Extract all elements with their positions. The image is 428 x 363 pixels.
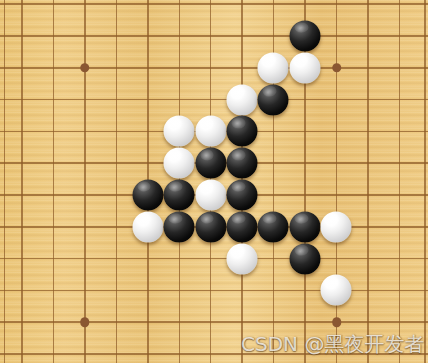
board-point bbox=[289, 274, 320, 306]
board-point bbox=[321, 20, 352, 52]
black-stone bbox=[258, 84, 289, 115]
board-point bbox=[132, 306, 163, 338]
black-stone bbox=[227, 211, 258, 242]
board-point bbox=[289, 147, 320, 179]
white-stone bbox=[132, 211, 163, 242]
board-point bbox=[289, 20, 320, 52]
white-stone bbox=[321, 275, 352, 306]
board-point bbox=[69, 84, 100, 116]
board-point bbox=[195, 20, 226, 52]
board-point bbox=[258, 116, 289, 148]
board-point bbox=[321, 211, 352, 243]
board-point bbox=[352, 52, 383, 84]
board-point bbox=[226, 179, 257, 211]
board-point bbox=[38, 147, 69, 179]
white-stone bbox=[195, 116, 226, 147]
board-point bbox=[258, 20, 289, 52]
board-point bbox=[101, 306, 132, 338]
board-point bbox=[226, 274, 257, 306]
board-point bbox=[101, 274, 132, 306]
board-point bbox=[195, 147, 226, 179]
board-point bbox=[132, 243, 163, 275]
board-point bbox=[101, 116, 132, 148]
watermark-text: CSDN @黑夜开发者 bbox=[241, 332, 424, 356]
board-point bbox=[258, 274, 289, 306]
board-point bbox=[352, 20, 383, 52]
board-point bbox=[289, 243, 320, 275]
board-point bbox=[132, 84, 163, 116]
board-point bbox=[195, 243, 226, 275]
board-point bbox=[289, 179, 320, 211]
board-point bbox=[69, 147, 100, 179]
board-point bbox=[101, 338, 132, 363]
board-point bbox=[195, 338, 226, 363]
board-point bbox=[195, 52, 226, 84]
board-point bbox=[195, 116, 226, 148]
board-point bbox=[132, 274, 163, 306]
board-point bbox=[163, 116, 194, 148]
black-stone bbox=[227, 179, 258, 210]
black-stone bbox=[195, 148, 226, 179]
board-point bbox=[38, 306, 69, 338]
board-point bbox=[258, 52, 289, 84]
black-stone bbox=[289, 21, 320, 52]
board-point bbox=[69, 116, 100, 148]
board-point bbox=[384, 179, 415, 211]
board-point bbox=[38, 274, 69, 306]
board-point bbox=[38, 20, 69, 52]
black-stone bbox=[227, 116, 258, 147]
board-point bbox=[352, 211, 383, 243]
board-point bbox=[289, 116, 320, 148]
white-stone bbox=[164, 116, 195, 147]
board-point bbox=[6, 338, 37, 363]
board-point bbox=[352, 116, 383, 148]
board-point bbox=[321, 116, 352, 148]
board-point bbox=[69, 243, 100, 275]
board-point bbox=[132, 338, 163, 363]
board-point bbox=[195, 306, 226, 338]
board-point bbox=[163, 338, 194, 363]
board-point bbox=[163, 274, 194, 306]
board-point bbox=[38, 338, 69, 363]
board-point bbox=[226, 20, 257, 52]
board-point bbox=[163, 147, 194, 179]
board-point bbox=[289, 211, 320, 243]
board-point bbox=[163, 306, 194, 338]
board-point bbox=[38, 211, 69, 243]
board-point bbox=[321, 274, 352, 306]
board-point bbox=[6, 306, 37, 338]
board-point bbox=[163, 84, 194, 116]
board-point bbox=[321, 147, 352, 179]
board-point bbox=[69, 306, 100, 338]
board-point bbox=[132, 116, 163, 148]
board-point bbox=[226, 116, 257, 148]
board-point bbox=[258, 0, 289, 20]
board-point bbox=[6, 84, 37, 116]
white-stone bbox=[227, 243, 258, 274]
board-point bbox=[163, 52, 194, 84]
board-point bbox=[101, 20, 132, 52]
black-stone bbox=[164, 211, 195, 242]
board-point bbox=[352, 0, 383, 20]
black-stone bbox=[289, 243, 320, 274]
board-point bbox=[38, 116, 69, 148]
board-point bbox=[6, 116, 37, 148]
board-point bbox=[226, 211, 257, 243]
board-point bbox=[384, 116, 415, 148]
board-point bbox=[101, 52, 132, 84]
board-point bbox=[258, 211, 289, 243]
board-point bbox=[69, 338, 100, 363]
board-point bbox=[384, 20, 415, 52]
board-point bbox=[321, 52, 352, 84]
board-point bbox=[289, 52, 320, 84]
white-stone bbox=[227, 84, 258, 115]
board-point bbox=[384, 243, 415, 275]
black-stone bbox=[195, 211, 226, 242]
board-point bbox=[226, 52, 257, 84]
board-point bbox=[6, 20, 37, 52]
board-point bbox=[384, 274, 415, 306]
board-point bbox=[384, 147, 415, 179]
board-point bbox=[69, 52, 100, 84]
board-point bbox=[163, 211, 194, 243]
board-point bbox=[258, 147, 289, 179]
board-point bbox=[101, 179, 132, 211]
board-point bbox=[101, 0, 132, 20]
board-point bbox=[258, 243, 289, 275]
board-point bbox=[384, 52, 415, 84]
board-point bbox=[69, 0, 100, 20]
board-point bbox=[163, 243, 194, 275]
board-point bbox=[6, 274, 37, 306]
board-point bbox=[321, 84, 352, 116]
board-point bbox=[69, 211, 100, 243]
board-point bbox=[384, 84, 415, 116]
board-edge-line bbox=[424, 0, 426, 363]
board-point bbox=[195, 179, 226, 211]
board-point bbox=[226, 0, 257, 20]
black-stone bbox=[289, 211, 320, 242]
board-point bbox=[6, 211, 37, 243]
board-point bbox=[101, 243, 132, 275]
board-point bbox=[258, 179, 289, 211]
board-point bbox=[321, 0, 352, 20]
black-stone bbox=[132, 179, 163, 210]
board-point bbox=[6, 243, 37, 275]
board-point bbox=[226, 84, 257, 116]
board-point bbox=[352, 274, 383, 306]
board-point bbox=[38, 84, 69, 116]
board-point bbox=[6, 179, 37, 211]
board-point bbox=[132, 20, 163, 52]
board-point bbox=[195, 84, 226, 116]
white-stone bbox=[195, 179, 226, 210]
board-point bbox=[258, 84, 289, 116]
board-grid bbox=[6, 0, 415, 363]
board-point bbox=[38, 52, 69, 84]
board-point bbox=[132, 179, 163, 211]
board-point bbox=[352, 243, 383, 275]
board-point bbox=[352, 84, 383, 116]
board-point bbox=[195, 211, 226, 243]
board-point bbox=[226, 147, 257, 179]
board-point bbox=[352, 179, 383, 211]
board-point bbox=[69, 20, 100, 52]
board-point bbox=[132, 52, 163, 84]
board-point bbox=[38, 243, 69, 275]
board-point bbox=[69, 274, 100, 306]
white-stone bbox=[289, 52, 320, 83]
board-point bbox=[384, 0, 415, 20]
board-point bbox=[289, 0, 320, 20]
board-point bbox=[163, 20, 194, 52]
black-stone bbox=[258, 211, 289, 242]
board-point bbox=[163, 0, 194, 20]
board-edge-line bbox=[4, 0, 6, 363]
board-point bbox=[132, 147, 163, 179]
board-point bbox=[6, 0, 37, 20]
board-point bbox=[195, 274, 226, 306]
white-stone bbox=[164, 148, 195, 179]
board-point bbox=[163, 179, 194, 211]
board-point bbox=[321, 243, 352, 275]
board-point bbox=[38, 179, 69, 211]
board-point bbox=[384, 211, 415, 243]
board-point bbox=[321, 179, 352, 211]
board-point bbox=[6, 52, 37, 84]
white-stone bbox=[321, 211, 352, 242]
board-point bbox=[101, 147, 132, 179]
board-point bbox=[101, 211, 132, 243]
white-stone bbox=[258, 52, 289, 83]
board-point bbox=[132, 0, 163, 20]
board-point bbox=[352, 147, 383, 179]
black-stone bbox=[227, 148, 258, 179]
board-point bbox=[69, 179, 100, 211]
black-stone bbox=[164, 179, 195, 210]
go-board: CSDN @黑夜开发者 bbox=[0, 0, 428, 363]
board-point bbox=[101, 84, 132, 116]
board-point bbox=[195, 0, 226, 20]
board-point bbox=[38, 0, 69, 20]
board-point bbox=[289, 84, 320, 116]
board-point bbox=[226, 243, 257, 275]
board-point bbox=[132, 211, 163, 243]
board-point bbox=[6, 147, 37, 179]
